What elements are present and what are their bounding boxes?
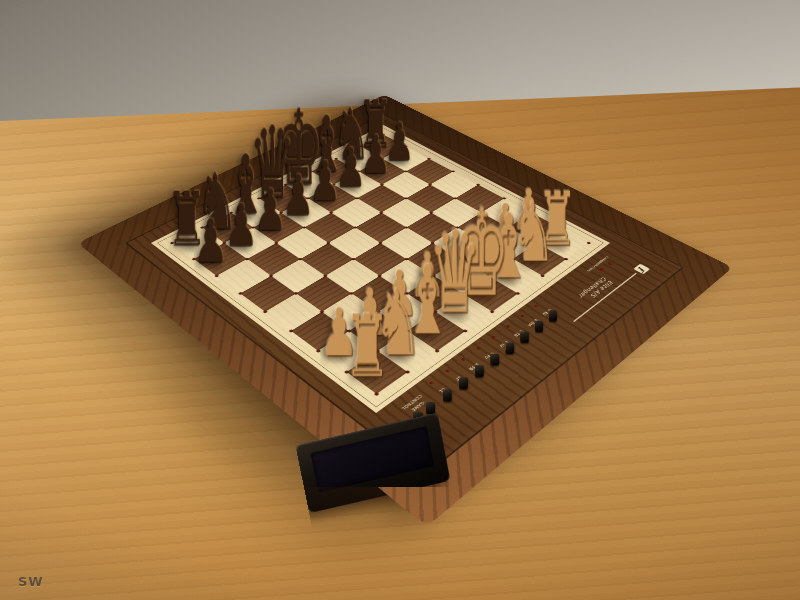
watermark: SW	[18, 574, 44, 589]
photo-scene: ♜♟♟♜♞♟♟♞♝♟♟♝♚♟♟♚♛♟♟♛♝♟♟♝♞♟♟♞♜♟♟♜ f Elite…	[0, 0, 800, 600]
key-led-dm	[520, 314, 525, 317]
key-pb-cap[interactable]	[475, 365, 484, 377]
key-led-tb	[506, 325, 511, 329]
square-c5[interactable]	[300, 243, 353, 276]
key-rv-cap[interactable]	[549, 310, 557, 321]
square-a5[interactable]	[240, 276, 295, 312]
black-pawn-glyph: ♟	[194, 215, 229, 268]
key-cl-cap[interactable]	[443, 389, 452, 401]
model-name: Elite A/S Challenger	[577, 276, 615, 302]
status-led-label: CHECK	[598, 256, 610, 264]
key-led-lv	[491, 335, 496, 339]
status-led-computing	[599, 268, 605, 272]
square-b5[interactable]	[271, 259, 325, 293]
black-pawn-glyph: ♟	[254, 184, 287, 235]
key-pv-cap[interactable]	[490, 354, 499, 366]
status-led-label: COMPUTING	[586, 259, 605, 272]
key-dm-cap[interactable]	[535, 321, 544, 332]
key-led-pv	[476, 346, 481, 350]
key-st-cap[interactable]	[459, 377, 468, 389]
key-led-pb	[461, 358, 466, 362]
key-led-rv	[534, 304, 539, 307]
status-led-check	[607, 262, 613, 266]
lcd-display	[295, 412, 450, 513]
key-lv-cap[interactable]	[505, 342, 514, 354]
white-rook-glyph: ♜	[344, 308, 391, 385]
black-pawn-glyph: ♟	[282, 170, 315, 220]
key-tb-cap[interactable]	[520, 331, 529, 342]
key-led-st	[445, 369, 451, 373]
lcd-screen	[310, 426, 434, 493]
key-led-cl	[429, 381, 435, 385]
